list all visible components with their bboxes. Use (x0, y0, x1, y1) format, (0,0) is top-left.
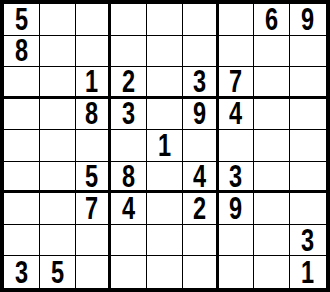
cell-r4c6[interactable]: 9 (183, 99, 219, 131)
given-digit: 3 (122, 99, 135, 130)
cell-r3c3[interactable]: 1 (76, 67, 112, 99)
given-digit: 8 (122, 162, 135, 192)
cell-r8c4[interactable] (111, 225, 147, 257)
cell-r3c4[interactable]: 2 (111, 67, 147, 99)
given-digit: 5 (85, 162, 98, 192)
given-digit: 9 (229, 193, 242, 224)
given-digit: 6 (265, 4, 278, 35)
cell-r5c5[interactable]: 1 (147, 130, 183, 162)
cell-r4c3[interactable]: 8 (76, 99, 112, 131)
given-digit: 8 (15, 36, 28, 67)
cell-r2c2[interactable] (40, 36, 76, 68)
given-digit: 4 (229, 99, 242, 130)
cell-r9c7[interactable] (219, 256, 255, 288)
cell-r1c4[interactable] (111, 4, 147, 36)
cell-r2c1[interactable]: 8 (4, 36, 40, 68)
cell-r8c6[interactable] (183, 225, 219, 257)
cell-r8c9[interactable]: 3 (290, 225, 326, 257)
cell-r6c1[interactable] (4, 162, 40, 194)
cell-r4c7[interactable]: 4 (219, 99, 255, 131)
cell-r5c7[interactable] (219, 130, 255, 162)
cell-r1c6[interactable] (183, 4, 219, 36)
cell-r3c8[interactable] (254, 67, 290, 99)
cell-r4c2[interactable] (40, 99, 76, 131)
cell-r5c2[interactable] (40, 130, 76, 162)
cell-r1c5[interactable] (147, 4, 183, 36)
cell-r2c3[interactable] (76, 36, 112, 68)
cell-r4c9[interactable] (290, 99, 326, 131)
cell-r6c6[interactable]: 4 (183, 162, 219, 194)
given-digit: 2 (122, 67, 135, 97)
cell-r6c8[interactable] (254, 162, 290, 194)
cell-r6c9[interactable] (290, 162, 326, 194)
cell-r6c5[interactable] (147, 162, 183, 194)
cell-r5c4[interactable] (111, 130, 147, 162)
given-digit: 9 (302, 4, 315, 35)
cell-r7c4[interactable]: 4 (111, 193, 147, 225)
cell-r6c3[interactable]: 5 (76, 162, 112, 194)
cell-r6c7[interactable]: 3 (219, 162, 255, 194)
given-digit: 7 (85, 193, 98, 224)
cell-r4c4[interactable]: 3 (111, 99, 147, 131)
given-digit: 3 (229, 162, 242, 192)
cell-r7c5[interactable] (147, 193, 183, 225)
cell-r9c4[interactable] (111, 256, 147, 288)
cell-r8c3[interactable] (76, 225, 112, 257)
cell-r9c6[interactable] (183, 256, 219, 288)
given-digit: 1 (85, 67, 98, 97)
given-digit: 3 (302, 225, 315, 256)
cell-r8c8[interactable] (254, 225, 290, 257)
cell-r3c5[interactable] (147, 67, 183, 99)
given-digit: 1 (302, 257, 315, 288)
cell-r6c4[interactable]: 8 (111, 162, 147, 194)
cell-r2c6[interactable] (183, 36, 219, 68)
cell-r9c1[interactable]: 3 (4, 256, 40, 288)
cell-r5c9[interactable] (290, 130, 326, 162)
given-digit: 5 (15, 4, 28, 35)
cell-r1c2[interactable] (40, 4, 76, 36)
cell-r4c8[interactable] (254, 99, 290, 131)
cell-r4c1[interactable] (4, 99, 40, 131)
given-digit: 9 (193, 99, 206, 130)
cell-r8c1[interactable] (4, 225, 40, 257)
cell-r2c8[interactable] (254, 36, 290, 68)
given-digit: 4 (122, 193, 135, 224)
cell-r8c7[interactable] (219, 225, 255, 257)
given-digit: 4 (193, 162, 206, 192)
cell-r1c8[interactable]: 6 (254, 4, 290, 36)
cell-r3c1[interactable] (4, 67, 40, 99)
cell-r7c7[interactable]: 9 (219, 193, 255, 225)
cell-r7c1[interactable] (4, 193, 40, 225)
cell-r9c8[interactable] (254, 256, 290, 288)
cell-r8c2[interactable] (40, 225, 76, 257)
cell-r3c9[interactable] (290, 67, 326, 99)
cell-r3c6[interactable]: 3 (183, 67, 219, 99)
cell-r1c9[interactable]: 9 (290, 4, 326, 36)
cell-r2c5[interactable] (147, 36, 183, 68)
given-digit: 5 (51, 257, 64, 288)
given-digit: 3 (15, 257, 28, 288)
cell-r7c8[interactable] (254, 193, 290, 225)
given-digit: 3 (193, 67, 206, 97)
cell-r3c2[interactable] (40, 67, 76, 99)
given-digit: 1 (158, 130, 171, 161)
cell-r1c7[interactable] (219, 4, 255, 36)
cell-r9c5[interactable] (147, 256, 183, 288)
cell-r7c3[interactable]: 7 (76, 193, 112, 225)
cell-r4c5[interactable] (147, 99, 183, 131)
cell-r7c6[interactable]: 2 (183, 193, 219, 225)
given-digit: 2 (193, 193, 206, 224)
cell-r7c9[interactable] (290, 193, 326, 225)
cell-r2c4[interactable] (111, 36, 147, 68)
given-digit: 7 (229, 67, 242, 97)
cell-r2c9[interactable] (290, 36, 326, 68)
cell-r6c2[interactable] (40, 162, 76, 194)
cell-r3c7[interactable]: 7 (219, 67, 255, 99)
cell-r8c5[interactable] (147, 225, 183, 257)
given-digit: 8 (85, 99, 98, 130)
cell-r9c2[interactable]: 5 (40, 256, 76, 288)
cell-r1c3[interactable] (76, 4, 112, 36)
cell-r5c3[interactable] (76, 130, 112, 162)
cell-r2c7[interactable] (219, 36, 255, 68)
cell-r9c3[interactable] (76, 256, 112, 288)
cell-r1c1[interactable]: 5 (4, 4, 40, 36)
cell-r5c1[interactable] (4, 130, 40, 162)
cell-r5c6[interactable] (183, 130, 219, 162)
cell-r5c8[interactable] (254, 130, 290, 162)
sudoku-board: 5698123783941584374293351 (0, 0, 330, 292)
cell-r7c2[interactable] (40, 193, 76, 225)
cell-r9c9[interactable]: 1 (290, 256, 326, 288)
